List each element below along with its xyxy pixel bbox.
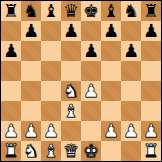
- square-d4[interactable]: ♞: [61, 81, 81, 101]
- square-f6[interactable]: [101, 41, 121, 61]
- square-a2[interactable]: ♟: [1, 121, 21, 141]
- black-king[interactable]: ♚: [83, 1, 99, 21]
- square-e6[interactable]: ♟: [81, 41, 101, 61]
- square-a5[interactable]: [1, 61, 21, 81]
- square-f1[interactable]: [101, 141, 121, 161]
- square-c6[interactable]: [41, 41, 61, 61]
- square-h1[interactable]: ♜: [141, 141, 161, 161]
- square-b7[interactable]: ♟: [21, 21, 41, 41]
- square-a8[interactable]: ♜: [1, 1, 21, 21]
- square-b8[interactable]: ♞: [21, 1, 41, 21]
- square-h2[interactable]: ♟: [141, 121, 161, 141]
- square-f3[interactable]: [101, 101, 121, 121]
- square-f5[interactable]: [101, 61, 121, 81]
- white-pawn[interactable]: ♟: [83, 81, 99, 101]
- square-g5[interactable]: [121, 61, 141, 81]
- white-queen[interactable]: ♛: [63, 141, 79, 161]
- square-g4[interactable]: [121, 81, 141, 101]
- square-c2[interactable]: ♟: [41, 121, 61, 141]
- white-pawn[interactable]: ♟: [103, 121, 119, 141]
- square-h3[interactable]: [141, 101, 161, 121]
- white-pawn[interactable]: ♟: [43, 121, 59, 141]
- black-queen[interactable]: ♛: [63, 1, 79, 21]
- square-a7[interactable]: [1, 21, 21, 41]
- square-g6[interactable]: ♟: [121, 41, 141, 61]
- square-b2[interactable]: ♟: [21, 121, 41, 141]
- black-bishop[interactable]: ♝: [43, 1, 59, 21]
- white-bishop[interactable]: ♝: [63, 101, 79, 121]
- square-b6[interactable]: [21, 41, 41, 61]
- square-h8[interactable]: ♜: [141, 1, 161, 21]
- square-f4[interactable]: [101, 81, 121, 101]
- square-g7[interactable]: [121, 21, 141, 41]
- white-pawn[interactable]: ♟: [3, 121, 19, 141]
- square-e3[interactable]: [81, 101, 101, 121]
- square-d2[interactable]: [61, 121, 81, 141]
- square-e4[interactable]: ♟: [81, 81, 101, 101]
- square-e2[interactable]: [81, 121, 101, 141]
- square-b1[interactable]: ♞: [21, 141, 41, 161]
- square-d1[interactable]: ♛: [61, 141, 81, 161]
- square-g8[interactable]: ♞: [121, 1, 141, 21]
- white-rook[interactable]: ♜: [143, 141, 159, 161]
- square-e1[interactable]: ♚: [81, 141, 101, 161]
- square-d8[interactable]: ♛: [61, 1, 81, 21]
- square-e7[interactable]: [81, 21, 101, 41]
- square-c4[interactable]: [41, 81, 61, 101]
- black-rook[interactable]: ♜: [3, 1, 19, 21]
- white-bishop[interactable]: ♝: [43, 141, 59, 161]
- square-f8[interactable]: ♝: [101, 1, 121, 21]
- white-rook[interactable]: ♜: [3, 141, 19, 161]
- square-a4[interactable]: [1, 81, 21, 101]
- square-e5[interactable]: [81, 61, 101, 81]
- square-c3[interactable]: [41, 101, 61, 121]
- black-knight[interactable]: ♞: [23, 1, 39, 21]
- square-f2[interactable]: ♟: [101, 121, 121, 141]
- square-a3[interactable]: [1, 101, 21, 121]
- black-pawn[interactable]: ♟: [123, 41, 139, 61]
- white-knight[interactable]: ♞: [23, 141, 39, 161]
- square-b4[interactable]: [21, 81, 41, 101]
- square-a6[interactable]: ♟: [1, 41, 21, 61]
- square-g2[interactable]: ♟: [121, 121, 141, 141]
- square-g1[interactable]: [121, 141, 141, 161]
- square-c1[interactable]: ♝: [41, 141, 61, 161]
- black-pawn[interactable]: ♟: [3, 41, 19, 61]
- white-pawn[interactable]: ♟: [143, 121, 159, 141]
- square-d7[interactable]: ♟: [61, 21, 81, 41]
- black-pawn[interactable]: ♟: [83, 41, 99, 61]
- square-h5[interactable]: [141, 61, 161, 81]
- square-c7[interactable]: [41, 21, 61, 41]
- square-c8[interactable]: ♝: [41, 1, 61, 21]
- square-b5[interactable]: [21, 61, 41, 81]
- square-b3[interactable]: [21, 101, 41, 121]
- square-d5[interactable]: [61, 61, 81, 81]
- white-pawn[interactable]: ♟: [23, 121, 39, 141]
- white-king[interactable]: ♚: [83, 141, 99, 161]
- square-g3[interactable]: [121, 101, 141, 121]
- square-d3[interactable]: ♝: [61, 101, 81, 121]
- black-pawn[interactable]: ♟: [103, 21, 119, 41]
- square-c5[interactable]: [41, 61, 61, 81]
- black-pawn[interactable]: ♟: [63, 21, 79, 41]
- square-e8[interactable]: ♚: [81, 1, 101, 21]
- square-h6[interactable]: [141, 41, 161, 61]
- black-rook[interactable]: ♜: [143, 1, 159, 21]
- black-pawn[interactable]: ♟: [143, 21, 159, 41]
- square-h4[interactable]: [141, 81, 161, 101]
- square-f7[interactable]: ♟: [101, 21, 121, 41]
- black-knight[interactable]: ♞: [123, 1, 139, 21]
- square-d6[interactable]: [61, 41, 81, 61]
- chess-board: ♜♞♝♛♚♝♞♜♟♟♟♟♟♟♟♞♟♝♟♟♟♟♟♟♜♞♝♛♚♜: [0, 0, 162, 162]
- white-pawn[interactable]: ♟: [123, 121, 139, 141]
- black-bishop[interactable]: ♝: [103, 1, 119, 21]
- square-h7[interactable]: ♟: [141, 21, 161, 41]
- square-a1[interactable]: ♜: [1, 141, 21, 161]
- white-knight[interactable]: ♞: [63, 81, 79, 101]
- black-pawn[interactable]: ♟: [23, 21, 39, 41]
